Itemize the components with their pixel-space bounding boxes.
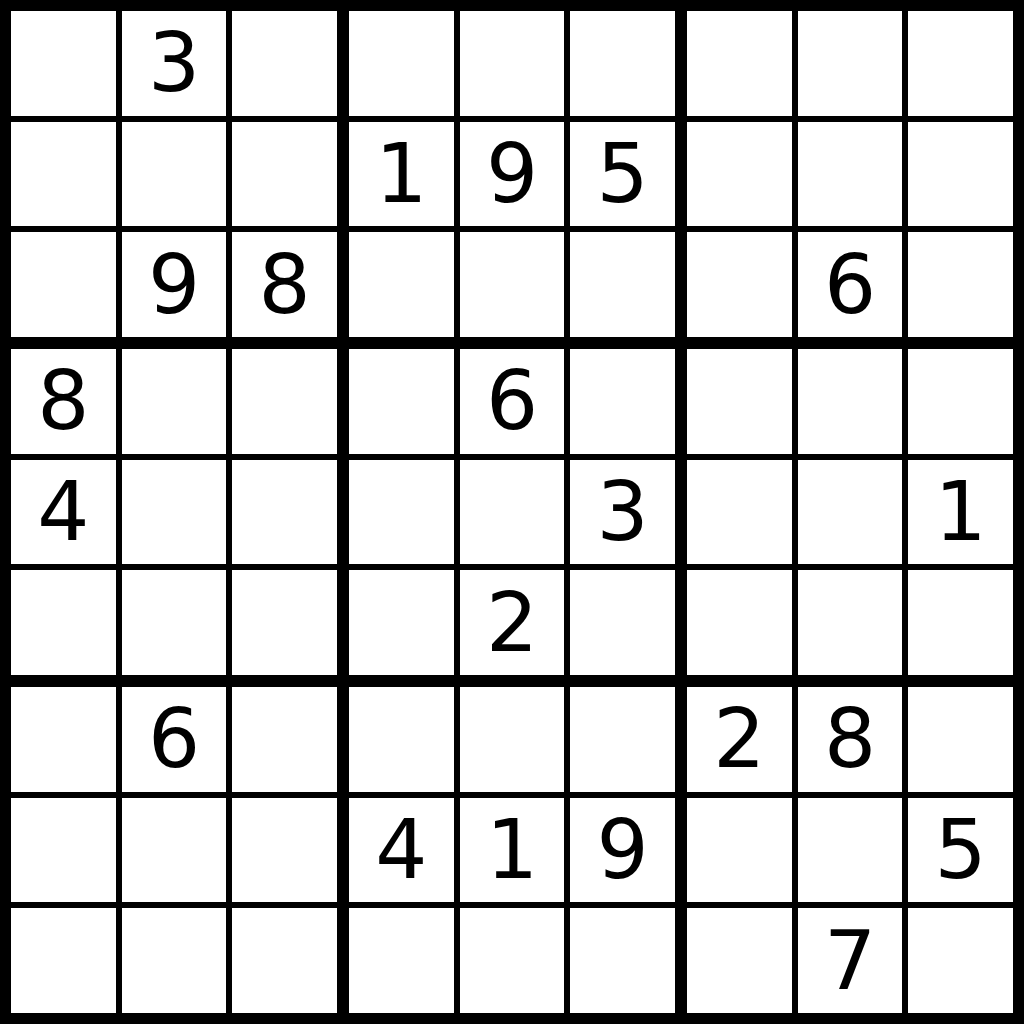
cell-r8c8[interactable] <box>798 798 903 903</box>
cell-r6c1[interactable] <box>11 570 116 675</box>
cell-r8c9: 5 <box>908 798 1013 903</box>
cell-r2c7[interactable] <box>687 122 792 227</box>
cell-r7c1[interactable] <box>11 687 116 792</box>
cell-r6c4[interactable] <box>349 570 454 675</box>
cell-r3c9[interactable] <box>908 232 1013 337</box>
cell-r6c2[interactable] <box>122 570 227 675</box>
cell-r9c6[interactable] <box>570 908 675 1013</box>
cell-r5c6: 3 <box>570 460 675 565</box>
cell-r7c2: 6 <box>122 687 227 792</box>
cell-r5c8[interactable] <box>798 460 903 565</box>
cell-r5c9: 1 <box>908 460 1013 565</box>
cell-r8c5: 1 <box>460 798 565 903</box>
cell-r9c3[interactable] <box>232 908 337 1013</box>
cell-r7c6[interactable] <box>570 687 675 792</box>
cell-r7c8: 8 <box>798 687 903 792</box>
cell-r1c9[interactable] <box>908 11 1013 116</box>
cell-r5c4[interactable] <box>349 460 454 565</box>
cell-r5c7[interactable] <box>687 460 792 565</box>
cell-r9c5[interactable] <box>460 908 565 1013</box>
cell-r5c3[interactable] <box>232 460 337 565</box>
box-1-3: 6 <box>687 11 1013 337</box>
cell-r8c1[interactable] <box>11 798 116 903</box>
cell-r4c9[interactable] <box>908 349 1013 454</box>
cell-r9c4[interactable] <box>349 908 454 1013</box>
cell-r8c2[interactable] <box>122 798 227 903</box>
box-3-2: 419 <box>349 687 675 1013</box>
cell-r7c9[interactable] <box>908 687 1013 792</box>
cell-r9c2[interactable] <box>122 908 227 1013</box>
cell-r1c1[interactable] <box>11 11 116 116</box>
cell-r5c1: 4 <box>11 460 116 565</box>
box-3-3: 2857 <box>687 687 1013 1013</box>
box-2-3: 1 <box>687 349 1013 675</box>
cell-r4c4[interactable] <box>349 349 454 454</box>
cell-r2c9[interactable] <box>908 122 1013 227</box>
cell-r1c4[interactable] <box>349 11 454 116</box>
cell-r2c5: 9 <box>460 122 565 227</box>
sudoku-board: 398195684632164192857 <box>0 0 1024 1024</box>
cell-r2c8[interactable] <box>798 122 903 227</box>
cell-r6c8[interactable] <box>798 570 903 675</box>
cell-r7c5[interactable] <box>460 687 565 792</box>
cell-r3c1[interactable] <box>11 232 116 337</box>
cell-r4c5: 6 <box>460 349 565 454</box>
cell-r6c5: 2 <box>460 570 565 675</box>
cell-r4c8[interactable] <box>798 349 903 454</box>
cell-r3c5[interactable] <box>460 232 565 337</box>
cell-r1c5[interactable] <box>460 11 565 116</box>
cell-r4c2[interactable] <box>122 349 227 454</box>
cell-r9c7[interactable] <box>687 908 792 1013</box>
cell-r5c2[interactable] <box>122 460 227 565</box>
box-2-1: 84 <box>11 349 337 675</box>
cell-r9c9[interactable] <box>908 908 1013 1013</box>
cell-r6c9[interactable] <box>908 570 1013 675</box>
cell-r1c7[interactable] <box>687 11 792 116</box>
cell-r2c1[interactable] <box>11 122 116 227</box>
box-3-1: 6 <box>11 687 337 1013</box>
cell-r3c7[interactable] <box>687 232 792 337</box>
cell-r2c3[interactable] <box>232 122 337 227</box>
cell-r6c3[interactable] <box>232 570 337 675</box>
cell-r1c8[interactable] <box>798 11 903 116</box>
cell-r2c4: 1 <box>349 122 454 227</box>
box-1-2: 195 <box>349 11 675 337</box>
cell-r6c7[interactable] <box>687 570 792 675</box>
cell-r7c4[interactable] <box>349 687 454 792</box>
cell-r3c3: 8 <box>232 232 337 337</box>
cell-r8c4: 4 <box>349 798 454 903</box>
cell-r8c7[interactable] <box>687 798 792 903</box>
cell-r1c3[interactable] <box>232 11 337 116</box>
box-2-2: 632 <box>349 349 675 675</box>
cell-r8c3[interactable] <box>232 798 337 903</box>
cell-r4c7[interactable] <box>687 349 792 454</box>
cell-r4c6[interactable] <box>570 349 675 454</box>
cell-r8c6: 9 <box>570 798 675 903</box>
box-1-1: 398 <box>11 11 337 337</box>
cell-r2c6: 5 <box>570 122 675 227</box>
cell-r4c1: 8 <box>11 349 116 454</box>
cell-r6c6[interactable] <box>570 570 675 675</box>
cell-r4c3[interactable] <box>232 349 337 454</box>
cell-r9c8: 7 <box>798 908 903 1013</box>
cell-r3c4[interactable] <box>349 232 454 337</box>
cell-r1c2: 3 <box>122 11 227 116</box>
cell-r2c2[interactable] <box>122 122 227 227</box>
cell-r7c7: 2 <box>687 687 792 792</box>
cell-r3c2: 9 <box>122 232 227 337</box>
cell-r5c5[interactable] <box>460 460 565 565</box>
cell-r7c3[interactable] <box>232 687 337 792</box>
cell-r1c6[interactable] <box>570 11 675 116</box>
cell-r3c6[interactable] <box>570 232 675 337</box>
cell-r3c8: 6 <box>798 232 903 337</box>
cell-r9c1[interactable] <box>11 908 116 1013</box>
